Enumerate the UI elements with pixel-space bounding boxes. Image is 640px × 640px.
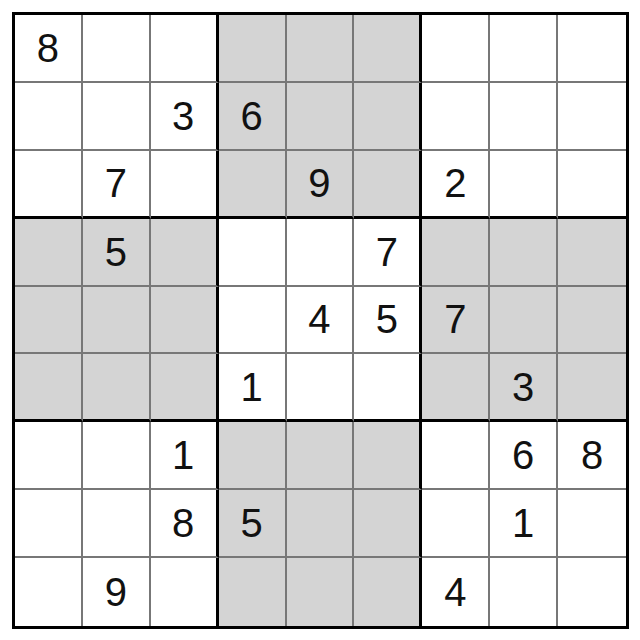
cell-r4c5[interactable] xyxy=(287,219,355,287)
cell-r8c3-given: 8 xyxy=(151,490,219,558)
cell-r5c8[interactable] xyxy=(490,287,558,355)
cell-r9c9[interactable] xyxy=(558,558,626,626)
cell-r4c9[interactable] xyxy=(558,219,626,287)
cell-r8c5[interactable] xyxy=(287,490,355,558)
cell-r5c9[interactable] xyxy=(558,287,626,355)
cell-r1c5[interactable] xyxy=(287,15,355,83)
cell-r2c8[interactable] xyxy=(490,83,558,151)
cell-r1c7[interactable] xyxy=(422,15,490,83)
cell-r6c1[interactable] xyxy=(15,354,83,422)
cell-r9c2-given: 9 xyxy=(83,558,151,626)
cell-r1c8[interactable] xyxy=(490,15,558,83)
cell-r9c7-given: 4 xyxy=(422,558,490,626)
cell-r8c2[interactable] xyxy=(83,490,151,558)
cell-r7c2[interactable] xyxy=(83,422,151,490)
cell-r2c2[interactable] xyxy=(83,83,151,151)
cell-r1c1-given: 8 xyxy=(15,15,83,83)
cell-r6c3[interactable] xyxy=(151,354,219,422)
cell-r6c5[interactable] xyxy=(287,354,355,422)
cell-r8c6[interactable] xyxy=(354,490,422,558)
cell-r4c3[interactable] xyxy=(151,219,219,287)
cell-r8c8-given: 1 xyxy=(490,490,558,558)
sudoku-grid: 836792574571316885194 xyxy=(12,12,629,629)
cell-r9c5[interactable] xyxy=(287,558,355,626)
cell-r8c7[interactable] xyxy=(422,490,490,558)
cell-r1c4[interactable] xyxy=(219,15,287,83)
cell-r4c8[interactable] xyxy=(490,219,558,287)
cell-r2c9[interactable] xyxy=(558,83,626,151)
cell-r7c9-given: 8 xyxy=(558,422,626,490)
cell-r9c4[interactable] xyxy=(219,558,287,626)
cell-r7c5[interactable] xyxy=(287,422,355,490)
cell-r2c3-given: 3 xyxy=(151,83,219,151)
cell-r3c2-given: 7 xyxy=(83,151,151,219)
cell-r7c3-given: 1 xyxy=(151,422,219,490)
cell-r3c1[interactable] xyxy=(15,151,83,219)
cell-r9c3[interactable] xyxy=(151,558,219,626)
cell-r7c6[interactable] xyxy=(354,422,422,490)
cell-r7c7[interactable] xyxy=(422,422,490,490)
cell-r5c3[interactable] xyxy=(151,287,219,355)
cell-r8c9[interactable] xyxy=(558,490,626,558)
cell-r7c1[interactable] xyxy=(15,422,83,490)
cell-r6c2[interactable] xyxy=(83,354,151,422)
cell-r8c4-given: 5 xyxy=(219,490,287,558)
cell-r6c6[interactable] xyxy=(354,354,422,422)
cell-r9c8[interactable] xyxy=(490,558,558,626)
cell-r1c6[interactable] xyxy=(354,15,422,83)
cell-r3c4[interactable] xyxy=(219,151,287,219)
cell-r3c9[interactable] xyxy=(558,151,626,219)
cell-r3c3[interactable] xyxy=(151,151,219,219)
cell-r2c4-given: 6 xyxy=(219,83,287,151)
cell-r7c8-given: 6 xyxy=(490,422,558,490)
cell-r7c4[interactable] xyxy=(219,422,287,490)
cell-r8c1[interactable] xyxy=(15,490,83,558)
cell-r6c9[interactable] xyxy=(558,354,626,422)
cell-r3c7-given: 2 xyxy=(422,151,490,219)
cell-r5c1[interactable] xyxy=(15,287,83,355)
cell-r5c7-given: 7 xyxy=(422,287,490,355)
cell-r9c1[interactable] xyxy=(15,558,83,626)
cell-r4c4[interactable] xyxy=(219,219,287,287)
cell-r6c7[interactable] xyxy=(422,354,490,422)
cell-r5c2[interactable] xyxy=(83,287,151,355)
cell-r5c6-given: 5 xyxy=(354,287,422,355)
cell-r4c7[interactable] xyxy=(422,219,490,287)
cell-r3c8[interactable] xyxy=(490,151,558,219)
cell-r2c1[interactable] xyxy=(15,83,83,151)
cell-r2c5[interactable] xyxy=(287,83,355,151)
cell-r1c9[interactable] xyxy=(558,15,626,83)
cell-r4c6-given: 7 xyxy=(354,219,422,287)
cell-r4c1[interactable] xyxy=(15,219,83,287)
cell-r2c7[interactable] xyxy=(422,83,490,151)
cell-r3c5-given: 9 xyxy=(287,151,355,219)
cell-r2c6[interactable] xyxy=(354,83,422,151)
cell-r1c3[interactable] xyxy=(151,15,219,83)
cell-r6c4-given: 1 xyxy=(219,354,287,422)
cell-r3c6[interactable] xyxy=(354,151,422,219)
cell-r4c2-given: 5 xyxy=(83,219,151,287)
cell-r5c4[interactable] xyxy=(219,287,287,355)
cell-r9c6[interactable] xyxy=(354,558,422,626)
cell-r5c5-given: 4 xyxy=(287,287,355,355)
cell-r1c2[interactable] xyxy=(83,15,151,83)
cell-r6c8-given: 3 xyxy=(490,354,558,422)
